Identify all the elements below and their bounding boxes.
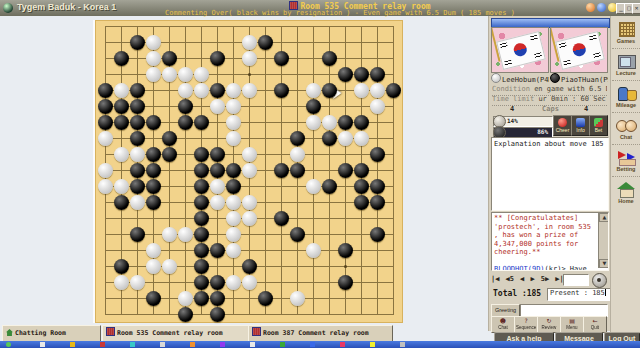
- close-button[interactable]: ✕: [632, 3, 640, 14]
- white-stone: [242, 51, 257, 66]
- chat-scrollbar[interactable]: ▲ ▼: [598, 213, 608, 268]
- face-icon: [625, 120, 637, 132]
- black-stone: [146, 179, 161, 194]
- white-stone: [178, 67, 193, 82]
- black-player-name: PiaoTHuan(P9: [561, 76, 608, 84]
- time-limit-value: ur 0min : 60 Sec /: [538, 95, 607, 103]
- black-stone: [194, 163, 209, 178]
- bet-icon: [594, 118, 603, 127]
- white-stone: [226, 211, 241, 226]
- app-window: Tygem Baduk - Korea 1 Room 535 Comment r…: [0, 0, 640, 348]
- review-label: Review: [539, 324, 559, 329]
- black-stone: [290, 131, 305, 146]
- pencil-icon[interactable]: [586, 3, 595, 12]
- quit-label: Quit: [585, 324, 605, 329]
- home-tab-icon: [6, 329, 13, 336]
- taskbar-icon[interactable]: [310, 342, 315, 347]
- trigram: [559, 42, 567, 49]
- taskbar-icon[interactable]: [340, 342, 345, 347]
- black-stone: [162, 51, 177, 66]
- white-stone: [242, 147, 257, 162]
- black-stone: [114, 115, 129, 130]
- go-button[interactable]: [592, 273, 607, 288]
- games-label: Games: [612, 38, 640, 44]
- black-stone: [194, 259, 209, 274]
- cheer-label: Cheer: [554, 127, 571, 133]
- taskbar-icon[interactable]: [40, 342, 45, 347]
- board-tab-icon: [252, 327, 261, 336]
- taskbar-icon[interactable]: [70, 342, 75, 347]
- black-stone: [290, 227, 305, 242]
- sidebar-item-betting[interactable]: Betting: [612, 146, 640, 177]
- black-stone: [130, 179, 145, 194]
- black-stone: [98, 99, 113, 114]
- info-button[interactable]: Info: [571, 115, 590, 136]
- tv-icon: [618, 55, 636, 69]
- chat-toolbar-button[interactable]: ☻ Chat: [491, 316, 515, 333]
- white-stone: [226, 227, 241, 242]
- black-stone: [130, 35, 145, 50]
- taegeuk-symbol: [571, 42, 587, 58]
- go-board[interactable]: [95, 20, 403, 323]
- black-stone: [194, 291, 209, 306]
- red-flag-icon: [618, 151, 626, 159]
- chat-text: ** [Congratulatates] 'prostech', in room…: [492, 213, 597, 271]
- white-stone: [242, 211, 257, 226]
- explanation-text: Explanation about move 185: [492, 138, 608, 150]
- white-stone: [194, 67, 209, 82]
- home-label: Home: [612, 198, 640, 204]
- white-stone: [306, 243, 321, 258]
- scroll-down-arrow[interactable]: ▼: [599, 259, 609, 268]
- black-stone: [258, 35, 273, 50]
- white-player-flag: [491, 27, 549, 73]
- black-stone: [178, 307, 193, 322]
- time-limit-label: Time limit: [492, 95, 534, 103]
- star-point: [344, 265, 347, 268]
- black-stone: [210, 51, 225, 66]
- white-stone: [130, 275, 145, 290]
- sidebar-item-games[interactable]: Games: [612, 18, 640, 49]
- white-stone: [242, 275, 257, 290]
- condition-label: Condition: [492, 85, 530, 93]
- black-stone: [194, 179, 209, 194]
- white-stone: [370, 83, 385, 98]
- black-stone: [354, 115, 369, 130]
- white-stone: [146, 35, 161, 50]
- nav-back5-button[interactable]: ◀5: [506, 273, 514, 286]
- sidebar-item-chat[interactable]: Chat: [612, 114, 640, 145]
- white-stone: [146, 51, 161, 66]
- taskbar-icon[interactable]: [400, 342, 405, 347]
- menu-button[interactable]: ▤ Menu: [560, 316, 584, 333]
- present-move-box[interactable]: Present : 185: [547, 288, 613, 301]
- trigram: [563, 60, 571, 67]
- taskbar-icon[interactable]: [220, 342, 225, 347]
- game-status-line: Commenting Over( black wins by resignati…: [150, 9, 530, 17]
- sequence-label: Sequence: [516, 324, 536, 329]
- black-stone: [370, 67, 385, 82]
- black-stone: [210, 83, 225, 98]
- sidebar-item-mileage[interactable]: Mileage: [612, 82, 640, 113]
- black-stone: [130, 99, 145, 114]
- chat-announcement: ** [Congratulatates] 'prostech', in room…: [494, 214, 595, 257]
- nav-forward-button[interactable]: ▶: [530, 273, 534, 286]
- white-stone: [178, 291, 193, 306]
- tab-chatting-room[interactable]: Chatting Room: [2, 325, 101, 342]
- black-stone: [194, 243, 209, 258]
- trigram: [530, 35, 538, 42]
- korea-flag: [496, 31, 546, 70]
- black-stone: [194, 275, 209, 290]
- explanation-box[interactable]: Explanation about move 185: [491, 137, 609, 211]
- black-stone: [130, 227, 145, 242]
- black-stone: [130, 83, 145, 98]
- black-stone: [98, 115, 113, 130]
- white-stone: [210, 195, 225, 210]
- money-bag-icon: [627, 90, 637, 101]
- white-stone: [226, 115, 241, 130]
- black-stone: [146, 147, 161, 162]
- text-caret: [605, 289, 606, 296]
- betting-label: Betting: [612, 166, 640, 172]
- present-move: Present : 185: [550, 289, 605, 297]
- game-info-panel: LeeHobum(P4D PiaoTHuan(P9 Condition en g…: [488, 16, 611, 331]
- black-stone: [114, 195, 129, 210]
- cheer-button[interactable]: Cheer: [553, 115, 572, 136]
- title-bar[interactable]: Tygem Baduk - Korea 1 Room 535 Comment r…: [0, 0, 640, 16]
- black-stone: [274, 163, 289, 178]
- black-stone: [354, 163, 369, 178]
- black-stone: [258, 291, 273, 306]
- black-stone: [130, 163, 145, 178]
- white-stone: [98, 163, 113, 178]
- white-stone: [242, 35, 257, 50]
- sequence-button[interactable]: ? Sequence: [514, 316, 538, 333]
- scroll-up-arrow[interactable]: ▲: [599, 213, 609, 222]
- taskbar-icon[interactable]: [280, 342, 285, 347]
- black-stone: [290, 163, 305, 178]
- window-title: Tygem Baduk - Korea 1: [17, 2, 116, 12]
- black-captures-count: 4: [584, 105, 588, 113]
- nav-first-button[interactable]: |◀: [491, 273, 499, 286]
- white-stone: [114, 179, 129, 194]
- chat-label: Chat: [612, 134, 640, 140]
- menu-label: Menu: [562, 324, 582, 329]
- black-stone: [354, 195, 369, 210]
- black-stone: [194, 211, 209, 226]
- black-stone: [210, 307, 225, 322]
- black-stone: [210, 163, 225, 178]
- black-stone: [274, 83, 289, 98]
- black-stone: [210, 243, 225, 258]
- black-stone: [98, 83, 113, 98]
- condition-value: en game with 6.5 D: [534, 85, 607, 93]
- white-stone: [162, 67, 177, 82]
- tab-room-387[interactable]: Room 387 Comment relay room: [248, 325, 393, 342]
- black-stone: [114, 51, 129, 66]
- captures-row: 4 Caps 4: [492, 105, 607, 114]
- white-stone: [98, 131, 113, 146]
- black-stone: [210, 275, 225, 290]
- black-stone: [210, 291, 225, 306]
- white-stone: [226, 131, 241, 146]
- taskbar-icon[interactable]: [100, 342, 105, 347]
- taskbar-icon[interactable]: [250, 342, 255, 347]
- black-stone: [114, 259, 129, 274]
- quit-icon: ←: [584, 317, 606, 324]
- info-icon: [576, 118, 585, 127]
- black-stone: [210, 147, 225, 162]
- white-captures-count: 4: [510, 105, 514, 113]
- globe-icon[interactable]: [597, 3, 606, 12]
- black-stone: [338, 67, 353, 82]
- black-stone: [338, 115, 353, 130]
- taskbar-icon[interactable]: [370, 342, 375, 347]
- white-stone: [194, 83, 209, 98]
- black-stone: [354, 179, 369, 194]
- trigram: [534, 52, 542, 59]
- black-stone: [114, 99, 129, 114]
- house-roof-icon: [617, 182, 635, 189]
- white-stone: [306, 179, 321, 194]
- bet-button[interactable]: Bet: [589, 115, 608, 136]
- white-stone: [114, 275, 129, 290]
- black-stone: [370, 195, 385, 210]
- black-stone: [338, 275, 353, 290]
- chat-username[interactable]: BLOODHOT(9D): [494, 265, 545, 272]
- sequence-icon: ?: [515, 317, 537, 324]
- review-button[interactable]: ↻ Review: [537, 316, 561, 333]
- white-stone: [306, 115, 321, 130]
- black-stone: [194, 195, 209, 210]
- black-win-percent: 86%: [537, 128, 548, 135]
- white-player-name: LeeHobum(P4D: [502, 76, 549, 84]
- trigram: [504, 60, 512, 67]
- white-stone: [178, 83, 193, 98]
- white-stone: [162, 227, 177, 242]
- white-stone: [338, 131, 353, 146]
- black-stone: [370, 147, 385, 162]
- app-icon: [3, 3, 13, 13]
- white-stone: [354, 131, 369, 146]
- service-sidebar: Games Lecture Mileage Chat Betting Home: [610, 16, 640, 341]
- move-number-input[interactable]: [563, 274, 589, 286]
- white-win-bar[interactable]: 14%: [493, 116, 553, 127]
- white-stone: [114, 83, 129, 98]
- black-stone: [194, 147, 209, 162]
- black-stone: [178, 115, 193, 130]
- chat-box[interactable]: ** [Congratulatates] 'prostech', in room…: [491, 212, 609, 271]
- hands-icon: [619, 159, 636, 166]
- black-stone: [130, 131, 145, 146]
- white-stone: [146, 259, 161, 274]
- trigram: [593, 52, 601, 59]
- black-stone: [322, 83, 337, 98]
- bet-label: Bet: [590, 127, 607, 133]
- cheer-icon: [558, 118, 567, 127]
- review-icon: ↻: [538, 317, 560, 324]
- white-stone: [114, 147, 129, 162]
- black-stone: [194, 227, 209, 242]
- move-navigation: |◀ ◀5 ◀ ▶ 5▶ ▶|: [491, 273, 609, 288]
- black-stone: [338, 163, 353, 178]
- white-stone: [210, 179, 225, 194]
- sidebar-item-home[interactable]: Home: [612, 178, 640, 208]
- white-stone: [226, 83, 241, 98]
- black-stone: [274, 211, 289, 226]
- white-stone: [370, 99, 385, 114]
- white-stone: [210, 99, 225, 114]
- white-stone: [354, 83, 369, 98]
- white-stone: [226, 243, 241, 258]
- black-stone: [354, 67, 369, 82]
- white-stone: [242, 195, 257, 210]
- go-button-dot: [597, 278, 601, 282]
- white-stone: [226, 99, 241, 114]
- black-stone: [226, 179, 241, 194]
- sidebar-item-lecture[interactable]: Lecture: [612, 50, 640, 81]
- black-stone: [162, 147, 177, 162]
- white-stone: [178, 227, 193, 242]
- black-stone: [146, 163, 161, 178]
- black-player-flag: [550, 27, 608, 73]
- black-stone: [370, 227, 385, 242]
- board-tab-icon: [106, 327, 115, 336]
- trigram: [500, 42, 508, 49]
- info-label: Info: [572, 127, 589, 133]
- white-stone: [290, 147, 305, 162]
- korea-flag: [555, 31, 605, 70]
- chat-faces-icon: ☻: [492, 317, 514, 324]
- white-stone: [162, 259, 177, 274]
- menu-icon: ▤: [561, 317, 583, 324]
- black-stone: [370, 179, 385, 194]
- trigram: [589, 35, 597, 42]
- white-stone: [146, 243, 161, 258]
- white-player-name-row[interactable]: LeeHobum(P4D: [491, 73, 549, 84]
- taegeuk-symbol: [512, 42, 528, 58]
- black-stone: [322, 131, 337, 146]
- mileage-label: Mileage: [612, 102, 640, 108]
- quit-button[interactable]: ← Quit: [583, 316, 607, 333]
- black-stone: [178, 99, 193, 114]
- os-taskbar[interactable]: [0, 341, 640, 348]
- black-stone: [386, 83, 401, 98]
- black-stone: [274, 51, 289, 66]
- greeting-row: Greeting: [491, 304, 609, 316]
- nav-back-button[interactable]: ◀: [520, 273, 524, 286]
- white-stone: [226, 275, 241, 290]
- white-win-percent: 14%: [507, 117, 518, 124]
- black-stone-icon: [550, 73, 560, 83]
- chat-toolbar-label: Chat: [493, 324, 513, 329]
- black-player-name-row[interactable]: PiaoTHuan(P9: [550, 73, 608, 84]
- taskbar-icon[interactable]: [6, 342, 11, 347]
- lecture-label: Lecture: [612, 70, 640, 76]
- white-stone-icon: [491, 73, 501, 83]
- black-stone: [306, 99, 321, 114]
- white-stone: [242, 83, 257, 98]
- black-stone: [338, 243, 353, 258]
- black-stone: [146, 291, 161, 306]
- black-stone: [226, 163, 241, 178]
- black-stone: [242, 259, 257, 274]
- nav-forward5-button[interactable]: 5▶: [541, 273, 549, 286]
- white-stone: [98, 179, 113, 194]
- black-stone: [146, 195, 161, 210]
- black-stone: [194, 115, 209, 130]
- move-counters: Total :185 Present : 185: [493, 289, 608, 302]
- tab-room-535[interactable]: Room 535 Comment relay room: [102, 325, 249, 342]
- white-stone: [290, 291, 305, 306]
- black-stone: [130, 115, 145, 130]
- taskbar-icon[interactable]: [190, 342, 195, 347]
- black-stone: [322, 179, 337, 194]
- total-moves: Total :185: [493, 289, 541, 298]
- taskbar-icon[interactable]: [160, 342, 165, 347]
- white-stone: [146, 67, 161, 82]
- star-point: [248, 73, 251, 76]
- black-stone: [322, 51, 337, 66]
- white-stone: [130, 147, 145, 162]
- white-stone: [322, 115, 337, 130]
- white-stone: [306, 83, 321, 98]
- black-stone: [146, 115, 161, 130]
- tv-screen: [620, 57, 631, 67]
- captures-label: Caps: [542, 105, 559, 113]
- go-board-icon: [619, 22, 635, 37]
- white-stone: [242, 163, 257, 178]
- white-stone: [226, 195, 241, 210]
- black-stone: [162, 131, 177, 146]
- house-icon: [620, 189, 634, 198]
- white-stone: [130, 195, 145, 210]
- taskbar-icon[interactable]: [130, 342, 135, 347]
